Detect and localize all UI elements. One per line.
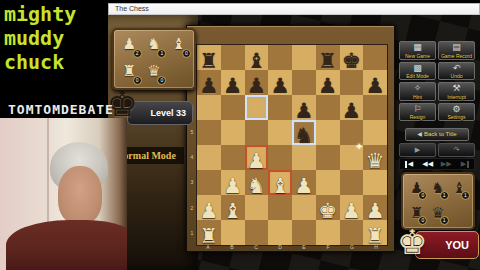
- captured-count: 2: [133, 49, 142, 58]
- square-b5[interactable]: [221, 120, 245, 145]
- captured-slot-rook: ♜0: [117, 59, 142, 86]
- game-record-button[interactable]: ▤Game Record: [438, 41, 475, 60]
- jump-button[interactable]: ↷: [438, 143, 475, 157]
- file-label-C: C: [244, 244, 268, 250]
- square-d1[interactable]: [268, 220, 292, 245]
- square-a3[interactable]: [197, 170, 221, 195]
- streamer-face: [58, 166, 102, 224]
- edit-mode-button[interactable]: ▩Edit Mode: [399, 62, 436, 81]
- captured-slot-queen: ♛1: [427, 201, 448, 226]
- square-g6[interactable]: ♟: [340, 95, 364, 120]
- square-e5[interactable]: ♞: [292, 120, 316, 145]
- square-h6[interactable]: [363, 95, 387, 120]
- back-to-title-button[interactable]: ◀Back to Title: [405, 128, 469, 141]
- skip-first-button[interactable]: ◀: [400, 159, 419, 169]
- menu-button-label: Edit Mode: [400, 73, 435, 79]
- menu-button-grid: ▦New Game▤Game Record▩Edit Mode↶Undo✧Hin…: [399, 41, 475, 121]
- square-c3[interactable]: ♞: [245, 170, 269, 195]
- square-g2[interactable]: ♟: [340, 195, 364, 220]
- stream-text-line: mighty: [4, 2, 76, 26]
- menu-button-label: New Game: [400, 53, 435, 59]
- menu-button-label: Hint: [400, 94, 435, 100]
- square-b1[interactable]: [221, 220, 245, 245]
- captured-count: 1: [440, 216, 449, 225]
- flag-icon: ⚐: [400, 104, 435, 115]
- file-label-D: D: [268, 244, 292, 250]
- square-c2[interactable]: [245, 195, 269, 220]
- window-titlebar[interactable]: The Chess: [108, 3, 480, 15]
- square-a7[interactable]: ♟: [197, 70, 221, 95]
- streamer-shirt: [6, 220, 127, 270]
- square-f3[interactable]: [316, 170, 340, 195]
- square-g1[interactable]: [340, 220, 364, 245]
- hint-button[interactable]: ✧Hint: [399, 82, 436, 101]
- rank-label-1: 1: [188, 230, 196, 236]
- square-b7[interactable]: ♟: [221, 70, 245, 95]
- square-c7[interactable]: ♟: [245, 70, 269, 95]
- board-icon: ▦: [400, 42, 435, 53]
- back-arrow-icon: ◀: [417, 131, 422, 137]
- replay-mini-buttons: ▶ ↷: [399, 143, 475, 157]
- square-h1[interactable]: ♜: [363, 220, 387, 245]
- square-c6[interactable]: [245, 95, 269, 120]
- rank-label-5: 5: [188, 129, 196, 135]
- resign-button[interactable]: ⚐Resign: [399, 103, 436, 122]
- menu-button-label: Resign: [400, 114, 435, 120]
- bulb-icon: ✧: [400, 83, 435, 94]
- edit-board-icon: ▩: [400, 63, 435, 74]
- square-f8[interactable]: ♜: [316, 45, 340, 70]
- file-label-A: A: [196, 244, 220, 250]
- square-a6[interactable]: [197, 95, 221, 120]
- square-f4[interactable]: [316, 145, 340, 170]
- forward-icon: ▶▶: [441, 159, 452, 169]
- undo-button[interactable]: ↶Undo: [438, 62, 475, 81]
- square-c4[interactable]: ♟: [245, 145, 269, 170]
- skip-last-icon: ▶: [461, 159, 466, 169]
- stream-handle: TOMTOMDEBATE: [8, 102, 114, 117]
- rewind-icon: ◀◀: [422, 159, 433, 169]
- captured-slot-pawn: ♟2: [117, 32, 142, 59]
- square-a1[interactable]: ♜: [197, 220, 221, 245]
- player-label: YOU: [445, 239, 469, 251]
- webcam-feed: [0, 118, 127, 270]
- square-c1[interactable]: [245, 220, 269, 245]
- square-e6[interactable]: ♟: [292, 95, 316, 120]
- captured-count: 0: [418, 191, 427, 200]
- hand-icon: ↶: [439, 63, 474, 74]
- square-h2[interactable]: ♟: [363, 195, 387, 220]
- square-d8[interactable]: [268, 45, 292, 70]
- bar-icon: [405, 161, 407, 168]
- new-game-button[interactable]: ▦New Game: [399, 41, 436, 60]
- white-king-avatar-icon: ♚: [397, 222, 427, 262]
- window-title: The Chess: [115, 5, 149, 12]
- interrupt-button[interactable]: ⚒Interrupt: [438, 82, 475, 101]
- rank-label-2: 2: [188, 205, 196, 211]
- square-h7[interactable]: ♟: [363, 70, 387, 95]
- file-label-F: F: [316, 244, 340, 250]
- square-d5[interactable]: [268, 120, 292, 145]
- square-f5[interactable]: [316, 120, 340, 145]
- square-b2[interactable]: ♝: [221, 195, 245, 220]
- square-e7[interactable]: [292, 70, 316, 95]
- square-a8[interactable]: ♜: [197, 45, 221, 70]
- square-g8[interactable]: ♚: [340, 45, 364, 70]
- captured-slot-pawn: ♟0: [406, 176, 427, 201]
- back-to-title-label: Back to Title: [424, 131, 457, 137]
- tools-icon: ⚒: [439, 83, 474, 94]
- square-a4[interactable]: [197, 145, 221, 170]
- captured-count: 1: [461, 191, 470, 200]
- forward-button[interactable]: ▶▶: [437, 159, 456, 169]
- square-d4[interactable]: [268, 145, 292, 170]
- square-d6[interactable]: [268, 95, 292, 120]
- square-b6[interactable]: [221, 95, 245, 120]
- move-playback-bar: ◀◀◀▶▶▶: [399, 158, 475, 170]
- captured-slot-bishop: ♝1: [449, 176, 470, 201]
- file-label-B: B: [220, 244, 244, 250]
- menu-button-label: Undo: [439, 73, 474, 79]
- stream-text-line: chuck: [4, 50, 76, 74]
- captured-count: 1: [440, 191, 449, 200]
- captured-slot-queen: ♛0: [142, 59, 167, 86]
- file-label-G: G: [340, 244, 364, 250]
- file-label-E: E: [292, 244, 316, 250]
- wrench-icon: ⚙: [439, 104, 474, 115]
- record-icon: ▤: [439, 42, 474, 53]
- chess-board: ♜♝♜♚♟♟♟♟♟♟♟♟♞♟♛♟♞♝♟♟♝♚♟♟♜♜ 87654321 ABCD…: [186, 25, 395, 252]
- bar-icon: [467, 161, 469, 168]
- play-icon: ▶: [415, 146, 420, 153]
- square-c5[interactable]: [245, 120, 269, 145]
- square-f2[interactable]: ♚: [316, 195, 340, 220]
- square-e4[interactable]: [292, 145, 316, 170]
- square-h4[interactable]: ♛: [363, 145, 387, 170]
- square-d7[interactable]: ♟: [268, 70, 292, 95]
- square-g3[interactable]: [340, 170, 364, 195]
- captured-slot-knight: ♞1: [427, 176, 448, 201]
- rank-label-4: 4: [188, 154, 196, 160]
- sparkle-icon: ✦: [355, 141, 363, 152]
- square-g7[interactable]: [340, 70, 364, 95]
- screen: mightymuddychuck TOMTOMDEBATE The Chess …: [0, 0, 480, 270]
- menu-button-label: Interrupt: [439, 94, 474, 100]
- menu-button-label: Settings: [439, 114, 474, 120]
- stream-text-line: muddy: [4, 26, 76, 50]
- square-a5[interactable]: [197, 120, 221, 145]
- skip-last-button[interactable]: ▶: [456, 159, 475, 169]
- skip-first-icon: ◀: [408, 159, 413, 169]
- square-b3[interactable]: ♟: [221, 170, 245, 195]
- square-d3[interactable]: ♝: [268, 170, 292, 195]
- settings-button[interactable]: ⚙Settings: [438, 103, 475, 122]
- menu-button-label: Game Record: [439, 53, 474, 59]
- square-f1[interactable]: [316, 220, 340, 245]
- captured-slot-bishop: ♝0: [166, 32, 191, 59]
- square-e1[interactable]: [292, 220, 316, 245]
- square-b4[interactable]: [221, 145, 245, 170]
- square-e8[interactable]: [292, 45, 316, 70]
- captured-count: 0: [182, 49, 191, 58]
- captured-count: 0: [157, 76, 166, 85]
- stream-text-overlay: mightymuddychuck: [4, 2, 76, 74]
- square-c8[interactable]: ♝: [245, 45, 269, 70]
- square-b8[interactable]: [221, 45, 245, 70]
- file-label-H: H: [364, 244, 388, 250]
- captured-slot-knight: ♞1: [142, 32, 167, 59]
- square-f6[interactable]: [316, 95, 340, 120]
- square-e3[interactable]: ♟: [292, 170, 316, 195]
- square-h8[interactable]: [363, 45, 387, 70]
- curved-arrow-icon: ↷: [454, 146, 460, 153]
- square-h3[interactable]: [363, 170, 387, 195]
- square-e2[interactable]: [292, 195, 316, 220]
- square-a2[interactable]: ♟: [197, 195, 221, 220]
- square-h5[interactable]: [363, 120, 387, 145]
- square-f7[interactable]: ♟: [316, 70, 340, 95]
- captured-count: 1: [157, 49, 166, 58]
- rank-label-3: 3: [188, 179, 196, 185]
- square-d2[interactable]: [268, 195, 292, 220]
- com-level-label: Level 33: [150, 108, 186, 118]
- com-captured-tray: ♟2♞1♝0♜0♛0: [112, 28, 196, 90]
- rewind-button[interactable]: ◀◀: [419, 159, 438, 169]
- play-button[interactable]: ▶: [399, 143, 436, 157]
